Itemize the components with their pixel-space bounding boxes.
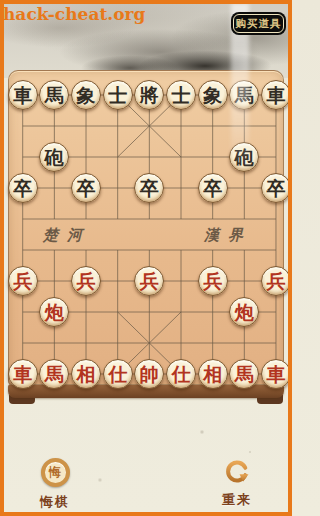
piece-black-advisor[interactable]: 士 [166, 80, 196, 110]
restart-button[interactable]: 重来 [210, 458, 264, 509]
piece-red-soldier[interactable]: 兵 [261, 266, 291, 296]
piece-black-general[interactable]: 將 [134, 80, 164, 110]
undo-button[interactable]: 悔 悔棋 [28, 458, 82, 511]
piece-black-soldier[interactable]: 卒 [134, 173, 164, 203]
buy-items-button-label: 购买道具 [233, 14, 284, 33]
piece-black-soldier[interactable]: 卒 [8, 173, 38, 203]
piece-black-cannon[interactable]: 砲 [39, 142, 69, 172]
piece-black-chariot[interactable]: 車 [261, 80, 291, 110]
buy-items-button[interactable]: 购买道具 [231, 12, 286, 35]
watermark-text: hack-cheat.org [3, 4, 145, 24]
piece-red-soldier[interactable]: 兵 [134, 266, 164, 296]
piece-black-horse[interactable]: 馬 [39, 80, 69, 110]
piece-red-elephant[interactable]: 相 [71, 359, 101, 389]
piece-red-chariot[interactable]: 車 [261, 359, 291, 389]
piece-red-elephant[interactable]: 相 [198, 359, 228, 389]
piece-black-cannon[interactable]: 砲 [229, 142, 259, 172]
piece-red-advisor[interactable]: 仕 [166, 359, 196, 389]
piece-black-soldier[interactable]: 卒 [198, 173, 228, 203]
piece-black-chariot[interactable]: 車 [8, 80, 38, 110]
piece-red-soldier[interactable]: 兵 [8, 266, 38, 296]
piece-red-cannon[interactable]: 炮 [229, 297, 259, 327]
piece-red-chariot[interactable]: 車 [8, 359, 38, 389]
piece-black-elephant[interactable]: 象 [71, 80, 101, 110]
undo-piece-icon: 悔 [41, 458, 70, 487]
piece-red-horse[interactable]: 馬 [39, 359, 69, 389]
undo-button-label: 悔棋 [40, 493, 70, 511]
piece-red-soldier[interactable]: 兵 [71, 266, 101, 296]
restart-icon [224, 458, 251, 485]
piece-red-horse[interactable]: 馬 [229, 359, 259, 389]
piece-black-horse[interactable]: 馬 [229, 80, 259, 110]
piece-black-soldier[interactable]: 卒 [261, 173, 291, 203]
piece-red-advisor[interactable]: 仕 [103, 359, 133, 389]
piece-red-general[interactable]: 帥 [134, 359, 164, 389]
piece-red-soldier[interactable]: 兵 [198, 266, 228, 296]
piece-black-soldier[interactable]: 卒 [71, 173, 101, 203]
piece-red-cannon[interactable]: 炮 [39, 297, 69, 327]
pieces-layer: 車馬象士將士象馬車砲砲卒卒卒卒卒兵兵兵兵兵炮炮車馬相仕帥仕相馬車 [9, 71, 285, 386]
piece-black-advisor[interactable]: 士 [103, 80, 133, 110]
xiangqi-board[interactable]: 楚河 漢界 車馬象士將士象馬車砲砲卒卒卒卒卒兵兵兵兵兵炮炮車馬相仕帥仕相馬車 [8, 70, 284, 385]
piece-black-elephant[interactable]: 象 [198, 80, 228, 110]
restart-button-label: 重来 [222, 491, 252, 509]
